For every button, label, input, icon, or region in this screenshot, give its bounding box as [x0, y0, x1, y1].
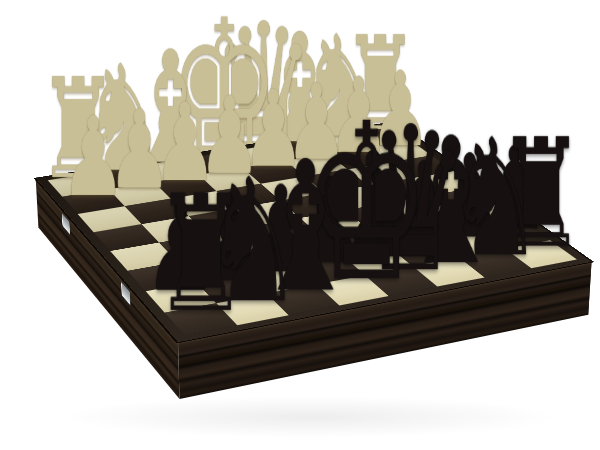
chess-piece-wN: ♞ — [297, 31, 381, 143]
latch-icon — [62, 213, 71, 236]
chess-piece-wR: ♜ — [338, 32, 422, 136]
chess-box: ♜♞♝♚♛♝♞♜♟♟♟♟♟♟♟♟♟♟♟♟♟♟♟♟♜♞♝♚♛♝♞♜ — [36, 122, 592, 342]
board-square: ♜ — [165, 303, 238, 335]
board-square — [226, 245, 295, 273]
board-square — [78, 206, 142, 232]
chess-piece-wR: ♜ — [34, 74, 123, 185]
chess-piece-wN: ♞ — [79, 60, 167, 177]
chess-piece-wB: ♝ — [255, 29, 340, 150]
chess-piece-wQ: ♛ — [212, 18, 298, 156]
chess-piece-wB: ♝ — [125, 46, 212, 170]
chess-piece-wK: ♚ — [169, 14, 255, 164]
floor-shadow — [60, 396, 560, 438]
product-photo-scene: ♜♞♝♚♛♝♞♜♟♟♟♟♟♟♟♟♟♟♟♟♟♟♟♟♜♞♝♚♛♝♞♜ — [0, 0, 600, 450]
